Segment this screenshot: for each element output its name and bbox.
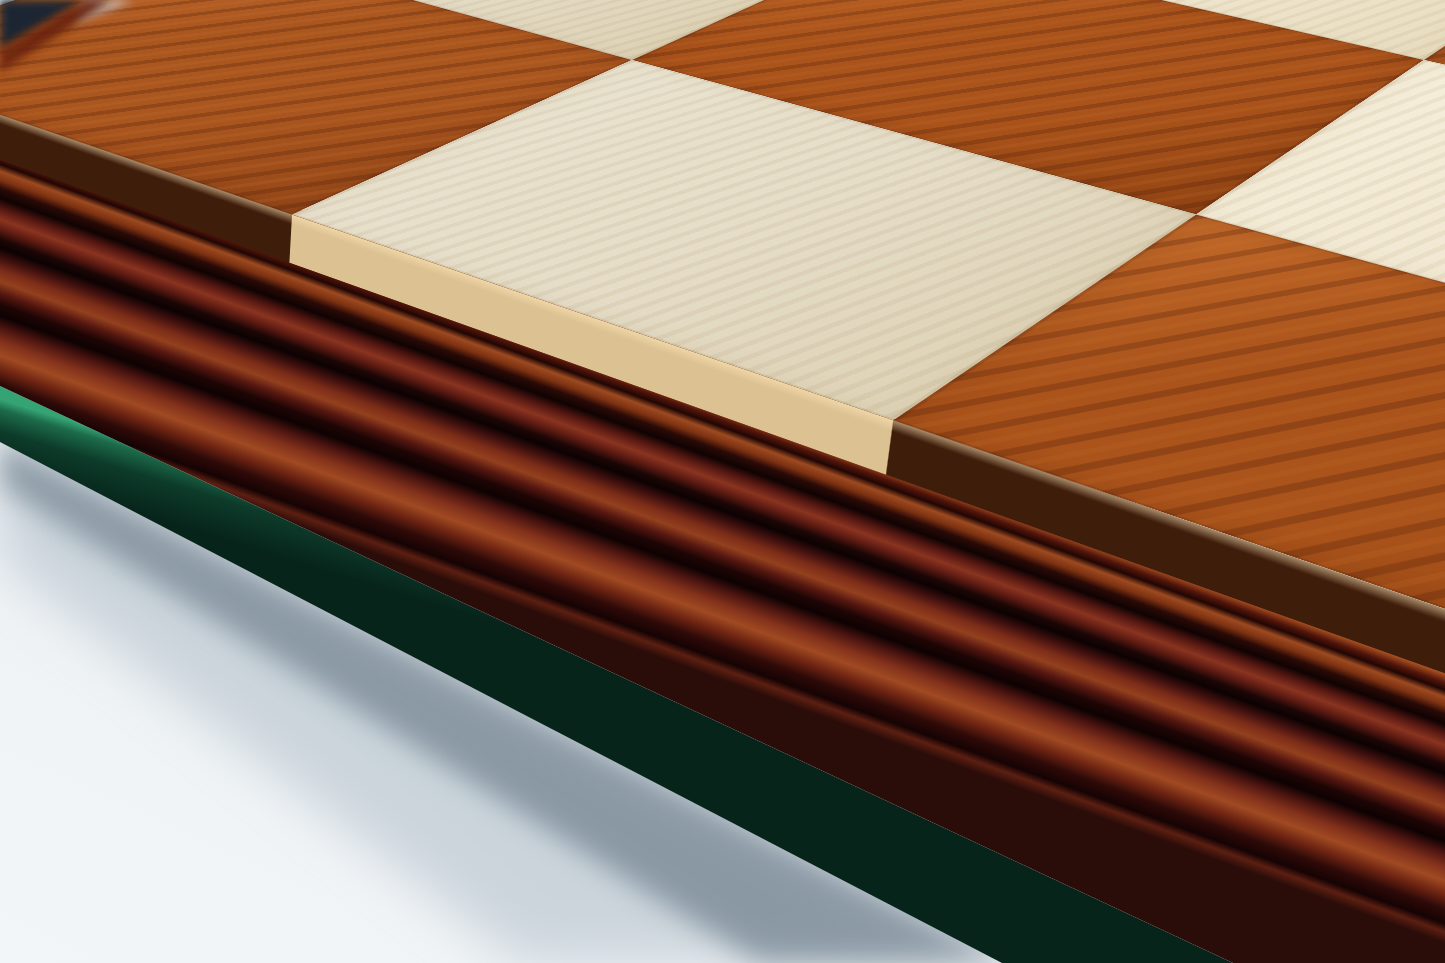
- chessboard-photo: [0, 0, 1445, 963]
- top-left-corner-overlay: [0, 0, 1445, 963]
